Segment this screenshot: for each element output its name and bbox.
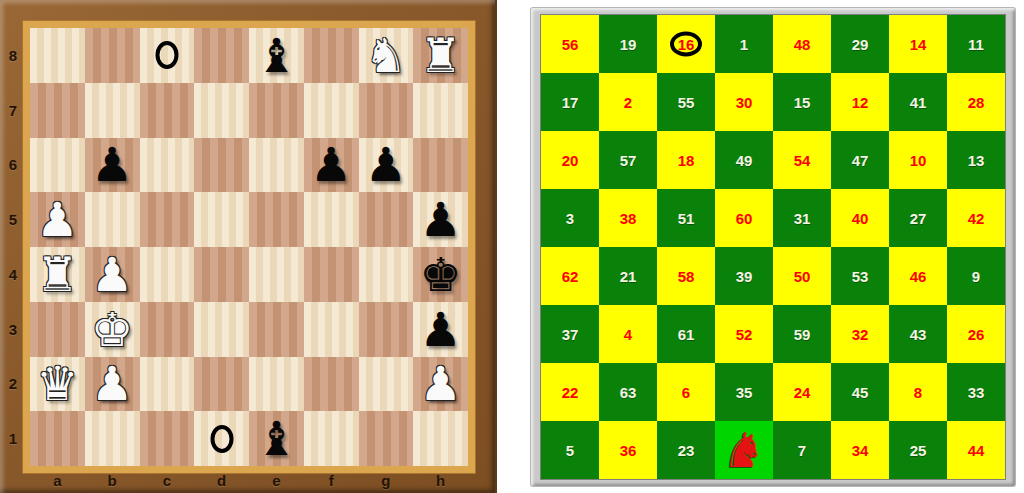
square-c6[interactable] xyxy=(140,138,195,193)
tour-cell-r7c1[interactable]: 22 xyxy=(541,363,599,421)
tour-number-13: 13 xyxy=(968,152,985,169)
tour-cell-r4c7[interactable]: 27 xyxy=(889,189,947,247)
tour-cell-r1c2[interactable]: 19 xyxy=(599,15,657,73)
tour-number-8: 8 xyxy=(914,384,922,401)
tour-number-1: 1 xyxy=(740,36,748,53)
tour-number-29: 29 xyxy=(852,36,869,53)
tour-number-50: 50 xyxy=(794,268,811,285)
tour-cell-r7c6[interactable]: 45 xyxy=(831,363,889,421)
tour-cell-r1c7[interactable]: 14 xyxy=(889,15,947,73)
tour-number-42: 42 xyxy=(968,210,985,227)
tour-number-33: 33 xyxy=(968,384,985,401)
square-f5[interactable] xyxy=(304,192,359,247)
square-c3[interactable] xyxy=(140,302,195,357)
tour-number-6: 6 xyxy=(682,384,690,401)
white-pawn: ♟ xyxy=(91,251,133,298)
tour-cell-r2c1[interactable]: 17 xyxy=(541,73,599,131)
tour-number-51: 51 xyxy=(678,210,695,227)
white-pawn: ♟ xyxy=(36,196,78,243)
white-queen: ♛ xyxy=(36,360,78,407)
square-d5[interactable] xyxy=(194,192,249,247)
tour-cell-r3c6[interactable]: 47 xyxy=(831,131,889,189)
square-b2[interactable]: ♟ xyxy=(85,357,140,412)
tour-cell-r3c3[interactable]: 18 xyxy=(657,131,715,189)
square-e7[interactable] xyxy=(249,83,304,138)
square-e4[interactable] xyxy=(249,247,304,302)
file-label-d: d xyxy=(194,469,249,491)
file-label-e: e xyxy=(249,469,304,491)
tour-number-34: 34 xyxy=(852,442,869,459)
square-a1[interactable] xyxy=(30,411,85,466)
square-f3[interactable] xyxy=(304,302,359,357)
tour-cell-r2c5[interactable]: 15 xyxy=(773,73,831,131)
tour-cell-r7c4[interactable]: 35 xyxy=(715,363,773,421)
square-b4[interactable]: ♟ xyxy=(85,247,140,302)
tour-number-46: 46 xyxy=(910,268,927,285)
tour-number-48: 48 xyxy=(794,36,811,53)
tour-cell-r8c2[interactable]: 36 xyxy=(599,421,657,479)
tour-number-27: 27 xyxy=(910,210,927,227)
black-pawn: ♟ xyxy=(420,196,462,243)
rank-label-1: 1 xyxy=(0,411,26,466)
tour-number-47: 47 xyxy=(852,152,869,169)
tour-cell-r5c1[interactable]: 62 xyxy=(541,247,599,305)
black-bishop: ♝ xyxy=(255,415,297,462)
tour-cell-r5c5[interactable]: 50 xyxy=(773,247,831,305)
tour-cell-r6c5[interactable]: 59 xyxy=(773,305,831,363)
file-label-f: f xyxy=(304,469,359,491)
square-a6[interactable] xyxy=(30,138,85,193)
square-b1[interactable] xyxy=(85,411,140,466)
tour-cell-r3c1[interactable]: 20 xyxy=(541,131,599,189)
tour-number-22: 22 xyxy=(562,384,579,401)
tour-cell-r8c4[interactable]: ♞ xyxy=(715,421,773,479)
tour-number-62: 62 xyxy=(562,268,579,285)
tour-number-41: 41 xyxy=(910,94,927,111)
tour-cell-r4c5[interactable]: 31 xyxy=(773,189,831,247)
chess-board: 87654321 abcdefgh ♝♞♜♟♟♟♟♟♜♟♚♚♟♛♟♟♝ xyxy=(0,0,497,493)
tour-number-19: 19 xyxy=(620,36,637,53)
square-h4[interactable]: ♚ xyxy=(413,247,468,302)
tour-cell-r5c4[interactable]: 39 xyxy=(715,247,773,305)
square-d6[interactable] xyxy=(194,138,249,193)
tour-number-18: 18 xyxy=(678,152,695,169)
white-knight: ♞ xyxy=(365,32,407,79)
tour-cell-r8c5[interactable]: 7 xyxy=(773,421,831,479)
tour-number-58: 58 xyxy=(678,268,695,285)
tour-cell-r2c8[interactable]: 28 xyxy=(947,73,1005,131)
tour-cell-r1c6[interactable]: 29 xyxy=(831,15,889,73)
square-c2[interactable] xyxy=(140,357,195,412)
square-g8[interactable]: ♞ xyxy=(359,28,414,83)
tour-cell-r2c3[interactable]: 55 xyxy=(657,73,715,131)
tour-number-31: 31 xyxy=(794,210,811,227)
square-e1[interactable]: ♝ xyxy=(249,411,304,466)
square-f8[interactable] xyxy=(304,28,359,83)
tour-number-14: 14 xyxy=(910,36,927,53)
square-a8[interactable] xyxy=(30,28,85,83)
circled-number-ring xyxy=(670,32,702,57)
square-e8[interactable]: ♝ xyxy=(249,28,304,83)
tour-cell-r7c7[interactable]: 8 xyxy=(889,363,947,421)
square-h7[interactable] xyxy=(413,83,468,138)
tour-number-32: 32 xyxy=(852,326,869,343)
tour-cell-r2c4[interactable]: 30 xyxy=(715,73,773,131)
tour-grid: 5619161482914111725530151241282057184954… xyxy=(541,15,1005,479)
square-a7[interactable] xyxy=(30,83,85,138)
square-h3[interactable]: ♟ xyxy=(413,302,468,357)
tour-cell-r1c5[interactable]: 48 xyxy=(773,15,831,73)
tour-cell-r6c7[interactable]: 43 xyxy=(889,305,947,363)
black-pawn: ♟ xyxy=(310,141,352,188)
square-f4[interactable] xyxy=(304,247,359,302)
tour-number-25: 25 xyxy=(910,442,927,459)
white-pawn: ♟ xyxy=(420,360,462,407)
rank-label-5: 5 xyxy=(0,192,26,247)
tour-number-20: 20 xyxy=(562,152,579,169)
square-c4[interactable] xyxy=(140,247,195,302)
tour-cell-r3c4[interactable]: 49 xyxy=(715,131,773,189)
circle-annotation-d1 xyxy=(210,425,233,453)
square-g6[interactable]: ♟ xyxy=(359,138,414,193)
tour-number-55: 55 xyxy=(678,94,695,111)
square-e5[interactable] xyxy=(249,192,304,247)
tour-cell-r4c8[interactable]: 42 xyxy=(947,189,1005,247)
tour-number-17: 17 xyxy=(562,94,579,111)
square-g4[interactable] xyxy=(359,247,414,302)
tour-cell-r8c6[interactable]: 34 xyxy=(831,421,889,479)
tour-number-24: 24 xyxy=(794,384,811,401)
tour-number-30: 30 xyxy=(736,94,753,111)
rank-label-8: 8 xyxy=(0,28,26,83)
square-b3[interactable]: ♚ xyxy=(85,302,140,357)
square-f7[interactable] xyxy=(304,83,359,138)
tour-number-61: 61 xyxy=(678,326,695,343)
tour-cell-r4c4[interactable]: 60 xyxy=(715,189,773,247)
tour-number-2: 2 xyxy=(624,94,632,111)
square-e2[interactable] xyxy=(249,357,304,412)
square-f1[interactable] xyxy=(304,411,359,466)
white-king: ♚ xyxy=(91,306,133,353)
tour-number-11: 11 xyxy=(968,36,984,53)
tour-number-21: 21 xyxy=(620,268,637,285)
white-rook: ♜ xyxy=(36,251,78,298)
square-c8[interactable] xyxy=(140,28,195,83)
square-d2[interactable] xyxy=(194,357,249,412)
square-h5[interactable]: ♟ xyxy=(413,192,468,247)
square-d7[interactable] xyxy=(194,83,249,138)
tour-cell-r5c2[interactable]: 21 xyxy=(599,247,657,305)
tour-number-26: 26 xyxy=(968,326,985,343)
tour-cell-r1c8[interactable]: 11 xyxy=(947,15,1005,73)
tour-cell-r3c5[interactable]: 54 xyxy=(773,131,831,189)
square-g3[interactable] xyxy=(359,302,414,357)
tour-cell-r6c2[interactable]: 4 xyxy=(599,305,657,363)
black-bishop: ♝ xyxy=(255,32,297,79)
rank-label-2: 2 xyxy=(0,357,26,412)
tour-number-35: 35 xyxy=(736,384,753,401)
square-f2[interactable] xyxy=(304,357,359,412)
black-pawn: ♟ xyxy=(420,306,462,353)
square-g1[interactable] xyxy=(359,411,414,466)
file-label-a: a xyxy=(30,469,85,491)
tour-cell-r7c5[interactable]: 24 xyxy=(773,363,831,421)
tour-cell-r8c1[interactable]: 5 xyxy=(541,421,599,479)
tour-cell-r5c7[interactable]: 46 xyxy=(889,247,947,305)
tour-cell-r2c6[interactable]: 12 xyxy=(831,73,889,131)
tour-number-36: 36 xyxy=(620,442,637,459)
square-g2[interactable] xyxy=(359,357,414,412)
tour-cell-r1c4[interactable]: 1 xyxy=(715,15,773,73)
tour-number-49: 49 xyxy=(736,152,753,169)
tour-number-57: 57 xyxy=(620,152,637,169)
tour-number-39: 39 xyxy=(736,268,753,285)
tour-cell-r7c2[interactable]: 63 xyxy=(599,363,657,421)
rank-label-3: 3 xyxy=(0,302,26,357)
tour-cell-r8c7[interactable]: 25 xyxy=(889,421,947,479)
square-a5[interactable]: ♟ xyxy=(30,192,85,247)
tour-cell-r6c4[interactable]: 52 xyxy=(715,305,773,363)
tour-number-37: 37 xyxy=(562,326,579,343)
tour-number-52: 52 xyxy=(736,326,753,343)
square-g7[interactable] xyxy=(359,83,414,138)
square-g5[interactable] xyxy=(359,192,414,247)
tour-number-7: 7 xyxy=(798,442,806,459)
tour-number-12: 12 xyxy=(852,94,869,111)
tour-cell-r5c3[interactable]: 58 xyxy=(657,247,715,305)
square-a2[interactable]: ♛ xyxy=(30,357,85,412)
tour-cell-r7c8[interactable]: 33 xyxy=(947,363,1005,421)
square-h8[interactable]: ♜ xyxy=(413,28,468,83)
file-label-h: h xyxy=(413,469,468,491)
tour-cell-r4c2[interactable]: 38 xyxy=(599,189,657,247)
tour-cell-r3c8[interactable]: 13 xyxy=(947,131,1005,189)
tour-number-60: 60 xyxy=(736,210,753,227)
tour-number-5: 5 xyxy=(566,442,574,459)
square-b6[interactable]: ♟ xyxy=(85,138,140,193)
tour-cell-r1c1[interactable]: 56 xyxy=(541,15,599,73)
tour-cell-r4c3[interactable]: 51 xyxy=(657,189,715,247)
square-c5[interactable] xyxy=(140,192,195,247)
square-b8[interactable] xyxy=(85,28,140,83)
black-pawn: ♟ xyxy=(365,141,407,188)
tour-cell-r5c8[interactable]: 9 xyxy=(947,247,1005,305)
tour-cell-r3c2[interactable]: 57 xyxy=(599,131,657,189)
rank-label-7: 7 xyxy=(0,83,26,138)
square-d8[interactable] xyxy=(194,28,249,83)
tour-number-9: 9 xyxy=(972,268,980,285)
tour-number-54: 54 xyxy=(794,152,811,169)
tour-number-59: 59 xyxy=(794,326,811,343)
circle-annotation-c8 xyxy=(155,41,178,69)
black-pawn: ♟ xyxy=(91,141,133,188)
square-d1[interactable] xyxy=(194,411,249,466)
square-c7[interactable] xyxy=(140,83,195,138)
tour-cell-r7c3[interactable]: 6 xyxy=(657,363,715,421)
tour-number-23: 23 xyxy=(678,442,695,459)
square-a3[interactable] xyxy=(30,302,85,357)
tour-number-40: 40 xyxy=(852,210,869,227)
tour-number-53: 53 xyxy=(852,268,869,285)
file-labels: abcdefgh xyxy=(30,469,468,491)
square-e3[interactable] xyxy=(249,302,304,357)
tour-cell-r2c7[interactable]: 41 xyxy=(889,73,947,131)
tour-cell-r8c8[interactable]: 44 xyxy=(947,421,1005,479)
tour-number-4: 4 xyxy=(624,326,632,343)
tour-cell-r6c6[interactable]: 32 xyxy=(831,305,889,363)
square-b5[interactable] xyxy=(85,192,140,247)
file-label-g: g xyxy=(359,469,414,491)
tour-number-28: 28 xyxy=(968,94,985,111)
rank-label-6: 6 xyxy=(0,138,26,193)
file-label-b: b xyxy=(85,469,140,491)
square-b7[interactable] xyxy=(85,83,140,138)
tour-cell-r5c6[interactable]: 53 xyxy=(831,247,889,305)
file-label-c: c xyxy=(140,469,195,491)
square-e6[interactable] xyxy=(249,138,304,193)
knights-tour-board: 5619161482914111725530151241282057184954… xyxy=(531,8,1015,486)
square-d3[interactable] xyxy=(194,302,249,357)
rank-labels: 87654321 xyxy=(0,28,26,466)
white-pawn: ♟ xyxy=(91,360,133,407)
chess-squares: ♝♞♜♟♟♟♟♟♜♟♚♚♟♛♟♟♝ xyxy=(30,28,468,466)
tour-cell-r3c7[interactable]: 10 xyxy=(889,131,947,189)
white-rook: ♜ xyxy=(420,32,462,79)
black-king: ♚ xyxy=(420,251,462,298)
tour-cell-r6c8[interactable]: 26 xyxy=(947,305,1005,363)
tour-number-44: 44 xyxy=(968,442,985,459)
tour-number-63: 63 xyxy=(620,384,637,401)
tour-number-15: 15 xyxy=(794,94,811,111)
square-h1[interactable] xyxy=(413,411,468,466)
square-c1[interactable] xyxy=(140,411,195,466)
square-d4[interactable] xyxy=(194,247,249,302)
tour-cell-r4c6[interactable]: 40 xyxy=(831,189,889,247)
tour-number-45: 45 xyxy=(852,384,869,401)
tour-number-10: 10 xyxy=(910,152,927,169)
tour-number-38: 38 xyxy=(620,210,637,227)
tour-cell-r6c3[interactable]: 61 xyxy=(657,305,715,363)
tour-cell-r6c1[interactable]: 37 xyxy=(541,305,599,363)
tour-cell-r1c3[interactable]: 16 xyxy=(657,15,715,73)
tour-cell-r2c2[interactable]: 2 xyxy=(599,73,657,131)
tour-number-43: 43 xyxy=(910,326,927,343)
square-h6[interactable] xyxy=(413,138,468,193)
tour-number-3: 3 xyxy=(566,210,574,227)
red-knight-icon: ♞ xyxy=(722,426,765,474)
square-a4[interactable]: ♜ xyxy=(30,247,85,302)
square-h2[interactable]: ♟ xyxy=(413,357,468,412)
rank-label-4: 4 xyxy=(0,247,26,302)
square-f6[interactable]: ♟ xyxy=(304,138,359,193)
tour-number-56: 56 xyxy=(562,36,579,53)
tour-cell-r4c1[interactable]: 3 xyxy=(541,189,599,247)
tour-cell-r8c3[interactable]: 23 xyxy=(657,421,715,479)
